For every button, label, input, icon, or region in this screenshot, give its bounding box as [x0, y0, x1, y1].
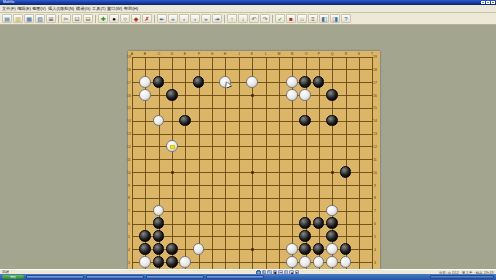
row-label-left: 11 — [127, 158, 132, 161]
column-label-top: S — [356, 52, 361, 55]
stone-black-C3[interactable] — [153, 256, 165, 268]
row-label-left: 9 — [127, 184, 132, 187]
grid-line-horizontal — [132, 198, 373, 199]
menu-item-5[interactable]: 棋谱(G) — [76, 6, 90, 12]
stone-black-D3[interactable] — [166, 256, 178, 268]
stone-white-N16[interactable] — [286, 89, 298, 101]
nav-back10-button[interactable]: « — [168, 14, 178, 23]
grid-line-horizontal — [132, 185, 373, 186]
window-title: MultiGo — [3, 0, 14, 3]
stone-white-Q4[interactable] — [326, 243, 338, 255]
row-label-right: 9 — [372, 184, 377, 187]
stone-white-O3[interactable] — [299, 256, 311, 268]
row-label-left: 12 — [127, 145, 132, 148]
nav-forward-icon: › — [194, 16, 196, 22]
nav-last-icon: ↠ — [214, 16, 219, 22]
stone-white-C7[interactable] — [153, 205, 165, 217]
stone-black-C6[interactable] — [153, 217, 165, 229]
nav-first-button[interactable]: ↞ — [157, 14, 167, 23]
undo-button[interactable]: ↶ — [249, 14, 259, 23]
variation-down-button[interactable]: ↓ — [238, 14, 248, 23]
menu-item-1[interactable]: 编辑(E) — [17, 6, 31, 12]
white-stone-button[interactable]: ○ — [120, 14, 130, 23]
close-button[interactable] — [491, 1, 495, 4]
stone-black-Q14[interactable] — [326, 115, 338, 127]
row-label-right: 6 — [372, 222, 377, 225]
menu-item-8[interactable]: 帮助(H) — [124, 6, 138, 12]
column-label-top: B — [143, 52, 148, 55]
grid-line-vertical — [252, 57, 253, 280]
variation-up-button[interactable]: ↑ — [227, 14, 237, 23]
last-move-marker — [170, 145, 175, 150]
row-label-left: 8 — [127, 197, 132, 200]
stone-black-C17[interactable] — [153, 76, 165, 88]
row-label-right: 8 — [372, 197, 377, 200]
save-all-icon: ▧ — [37, 16, 43, 22]
copy-icon: ⊡ — [74, 16, 79, 22]
open-button[interactable]: ▥ — [13, 14, 23, 23]
delete-icon: ✗ — [144, 16, 149, 22]
paste-icon: ⊟ — [85, 16, 90, 22]
row-label-left: 17 — [127, 81, 132, 84]
print-icon: ⊞ — [48, 16, 53, 22]
taskbar-window-button-1[interactable] — [86, 275, 144, 280]
nav-forward-button[interactable]: › — [190, 14, 200, 23]
taskbar: 开始 — [0, 274, 496, 280]
grid-line-vertical — [279, 57, 280, 280]
stone-white-E3[interactable] — [179, 256, 191, 268]
new-button[interactable]: ▤ — [2, 14, 12, 23]
toolbar-separator — [95, 15, 96, 23]
stone-white-R3[interactable] — [340, 256, 352, 268]
stone-white-P3[interactable] — [313, 256, 325, 268]
variation-up-icon: ↑ — [231, 16, 234, 22]
row-label-right: 18 — [372, 68, 377, 71]
column-label-top: J — [236, 52, 241, 55]
black-stone-icon: ● — [112, 16, 116, 22]
nav-back10-icon: « — [171, 16, 174, 22]
nav-back-icon: ‹ — [183, 16, 185, 22]
stone-black-P4[interactable] — [313, 243, 325, 255]
mouse-cursor-icon: ▲ — [222, 78, 234, 90]
new-icon: ▤ — [4, 16, 10, 22]
stop-button[interactable]: ■ — [286, 14, 296, 23]
column-label-top: M — [276, 52, 281, 55]
row-label-right: 13 — [372, 132, 377, 135]
stone-black-C4[interactable] — [153, 243, 165, 255]
row-label-right: 10 — [372, 171, 377, 174]
ok-button[interactable]: ✓ — [275, 14, 285, 23]
stone-white-B16[interactable] — [139, 89, 151, 101]
nav-forward10-button[interactable]: » — [201, 14, 211, 23]
row-label-left: 4 — [127, 248, 132, 251]
nav-first-icon: ↞ — [159, 16, 164, 22]
stone-black-F17[interactable] — [193, 76, 205, 88]
toolbar-separator — [154, 15, 155, 23]
row-label-left: 14 — [127, 120, 132, 123]
help-icon: ? — [344, 16, 347, 22]
stone-black-D16[interactable] — [166, 89, 178, 101]
stone-white-F4[interactable] — [193, 243, 205, 255]
save-button[interactable]: ▦ — [24, 14, 34, 23]
stone-white-B17[interactable] — [139, 76, 151, 88]
pane-right-icon: ◨ — [332, 16, 338, 22]
ok-icon: ✓ — [277, 16, 282, 22]
column-label-top: R — [343, 52, 348, 55]
grid-line-vertical — [132, 57, 133, 280]
stone-white-C14[interactable] — [153, 115, 165, 127]
system-tray — [430, 275, 494, 280]
print-button[interactable]: ⊞ — [46, 14, 56, 23]
column-label-top: G — [210, 52, 215, 55]
marker-icon: ◆ — [134, 16, 139, 22]
row-label-right: 14 — [372, 120, 377, 123]
undo-icon: ↶ — [251, 16, 256, 22]
stone-black-Q5[interactable] — [326, 230, 338, 242]
row-label-left: 6 — [127, 222, 132, 225]
stone-white-D12[interactable] — [166, 140, 178, 152]
row-label-right: 11 — [372, 158, 377, 161]
menu-item-4[interactable]: 导航(N) — [60, 6, 74, 12]
stone-black-D4[interactable] — [166, 243, 178, 255]
stone-black-Q6[interactable] — [326, 217, 338, 229]
menu-item-3[interactable]: 插入(I) — [48, 6, 60, 12]
grid-line-vertical — [266, 57, 267, 280]
stone-white-Q3[interactable] — [326, 256, 338, 268]
add-move-icon: ✚ — [100, 16, 105, 22]
stone-black-Q16[interactable] — [326, 89, 338, 101]
menu-item-6[interactable]: 工具(T) — [92, 6, 106, 12]
row-label-left: 15 — [127, 107, 132, 110]
toolbar-separator — [58, 15, 59, 23]
grid-line-vertical — [185, 57, 186, 280]
home-button[interactable]: ⌂ — [297, 14, 307, 23]
save-all-button[interactable]: ▧ — [35, 14, 45, 23]
stone-white-N4[interactable] — [286, 243, 298, 255]
pane-right-button[interactable]: ◨ — [330, 14, 340, 23]
star-point — [251, 94, 254, 97]
row-label-right: 15 — [372, 107, 377, 110]
nav-last-button[interactable]: ↠ — [212, 14, 222, 23]
menu-item-7[interactable]: 窗口(W) — [107, 6, 122, 12]
star-point — [251, 171, 254, 174]
help-button[interactable]: ? — [341, 14, 351, 23]
taskbar-window-button-3[interactable] — [206, 275, 264, 280]
row-label-left: 5 — [127, 235, 132, 238]
stone-black-R10[interactable] — [340, 166, 352, 178]
add-move-button[interactable]: ✚ — [98, 14, 108, 23]
star-point — [331, 171, 334, 174]
column-label-top: K — [250, 52, 255, 55]
home-icon: ⌂ — [300, 16, 304, 22]
star-point — [251, 248, 254, 251]
cut-button[interactable]: ✂ — [61, 14, 71, 23]
copy-button[interactable]: ⊡ — [72, 14, 82, 23]
variation-down-icon: ↓ — [242, 16, 245, 22]
minimize-button[interactable] — [481, 1, 485, 4]
row-label-right: 16 — [372, 94, 377, 97]
menu-item-2[interactable]: 视图(V) — [32, 6, 46, 12]
cut-icon: ✂ — [63, 16, 68, 22]
stone-black-O17[interactable] — [299, 76, 311, 88]
row-label-right: 19 — [372, 55, 377, 58]
row-label-left: 16 — [127, 94, 132, 97]
marker-button[interactable]: ◆ — [131, 14, 141, 23]
white-stone-icon: ○ — [123, 16, 127, 22]
start-button[interactable]: 开始 — [2, 275, 24, 280]
stone-black-O14[interactable] — [299, 115, 311, 127]
menu-item-0[interactable]: 文件(F) — [2, 6, 16, 12]
grid-line-vertical — [359, 57, 360, 280]
menu-bar: 文件(F)编辑(E)视图(V)插入(I)导航(N)棋谱(G)工具(T)窗口(W)… — [0, 5, 496, 13]
row-label-right: 5 — [372, 235, 377, 238]
row-label-left: 7 — [127, 209, 132, 212]
stone-black-P17[interactable] — [313, 76, 325, 88]
row-label-right: 4 — [372, 248, 377, 251]
redo-icon: ↷ — [262, 16, 267, 22]
maximize-button[interactable] — [486, 1, 490, 4]
pane-left-icon: ◧ — [321, 16, 327, 22]
stone-black-C5[interactable] — [153, 230, 165, 242]
desktop: MultiGo 文件(F)编辑(E)视图(V)插入(I)导航(N)棋谱(G)工具… — [0, 0, 496, 280]
column-label-top: O — [303, 52, 308, 55]
column-label-top: P — [316, 52, 321, 55]
toolbar-separator — [272, 15, 273, 23]
save-icon: ▦ — [26, 16, 32, 22]
row-label-left: 3 — [127, 261, 132, 264]
taskbar-window-button-0[interactable] — [26, 275, 84, 280]
pane-left-button[interactable]: ◧ — [319, 14, 329, 23]
row-label-right: 3 — [372, 261, 377, 264]
column-label-top: Q — [330, 52, 335, 55]
stone-white-N3[interactable] — [286, 256, 298, 268]
list-icon: ≡ — [311, 16, 315, 22]
row-label-left: 19 — [127, 55, 132, 58]
row-label-right: 12 — [372, 145, 377, 148]
delete-button[interactable]: ✗ — [142, 14, 152, 23]
open-icon: ▥ — [15, 16, 21, 22]
column-label-top: H — [223, 52, 228, 55]
column-label-top: L — [263, 52, 268, 55]
column-label-top: N — [290, 52, 295, 55]
toolbar: ▤▥▦▧⊞✂⊡⊟✚●○◆✗↞«‹›»↠↑↓↶↷✓■⌂≡◧◨? — [0, 13, 496, 25]
stone-white-K17[interactable] — [246, 76, 258, 88]
stone-black-B4[interactable] — [139, 243, 151, 255]
row-label-left: 18 — [127, 68, 132, 71]
stone-white-Q7[interactable] — [326, 205, 338, 217]
grid-line-vertical — [212, 57, 213, 280]
column-label-top: F — [196, 52, 201, 55]
column-label-top: D — [170, 52, 175, 55]
toolbar-separator — [224, 15, 225, 23]
row-label-right: 17 — [372, 81, 377, 84]
paste-button[interactable]: ⊟ — [83, 14, 93, 23]
workspace: AABBCCDDEEFFGGHHJJKKLLMMNNOOPPQQRRSSTT19… — [0, 25, 496, 269]
goban[interactable]: AABBCCDDEEFFGGHHJJKKLLMMNNOOPPQQRRSSTT19… — [128, 51, 380, 280]
star-point — [171, 171, 174, 174]
stone-black-R4[interactable] — [340, 243, 352, 255]
stone-black-E14[interactable] — [179, 115, 191, 127]
grid-line-vertical — [372, 57, 373, 280]
stop-icon: ■ — [289, 16, 293, 22]
nav-back-button[interactable]: ‹ — [179, 14, 189, 23]
column-label-top: C — [156, 52, 161, 55]
column-label-top: E — [183, 52, 188, 55]
row-label-left: 10 — [127, 171, 132, 174]
nav-forward10-icon: » — [204, 16, 207, 22]
black-stone-button[interactable]: ● — [109, 14, 119, 23]
stone-white-B3[interactable] — [139, 256, 151, 268]
stone-black-B5[interactable] — [139, 230, 151, 242]
taskbar-window-button-2[interactable] — [146, 275, 204, 280]
grid-line-vertical — [239, 57, 240, 280]
stone-black-O5[interactable] — [299, 230, 311, 242]
stone-white-N17[interactable] — [286, 76, 298, 88]
stone-white-O16[interactable] — [299, 89, 311, 101]
stone-black-P6[interactable] — [313, 217, 325, 229]
list-button[interactable]: ≡ — [308, 14, 318, 23]
row-label-right: 7 — [372, 209, 377, 212]
redo-button[interactable]: ↷ — [260, 14, 270, 23]
row-label-left: 13 — [127, 132, 132, 135]
stone-black-O4[interactable] — [299, 243, 311, 255]
stone-black-O6[interactable] — [299, 217, 311, 229]
